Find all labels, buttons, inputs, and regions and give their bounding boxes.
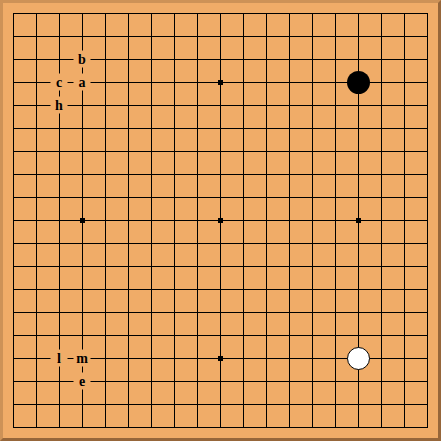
intersection-G3 — [140, 370, 163, 393]
intersection-P3 — [324, 370, 347, 393]
intersection-N8 — [278, 255, 301, 278]
intersection-G9 — [140, 232, 163, 255]
intersection-O1 — [301, 416, 324, 439]
intersection-T2 — [416, 393, 439, 416]
intersection-L12 — [232, 163, 255, 186]
intersection-L4 — [232, 347, 255, 370]
intersection-K11 — [209, 186, 232, 209]
intersection-K15 — [209, 94, 232, 117]
intersection-L15 — [232, 94, 255, 117]
intersection-L9 — [232, 232, 255, 255]
intersection-S18 — [393, 25, 416, 48]
intersection-B3 — [25, 370, 48, 393]
intersection-D14 — [71, 117, 94, 140]
intersection-A4 — [2, 347, 25, 370]
intersection-R11 — [370, 186, 393, 209]
intersection-N17 — [278, 48, 301, 71]
intersection-C14 — [48, 117, 71, 140]
intersection-P15 — [324, 94, 347, 117]
intersection-E16 — [94, 71, 117, 94]
intersection-L16 — [232, 71, 255, 94]
intersection-A10 — [2, 209, 25, 232]
intersection-S16 — [393, 71, 416, 94]
intersection-N12 — [278, 163, 301, 186]
intersection-Q4 — [347, 347, 370, 370]
intersection-T16 — [416, 71, 439, 94]
intersection-H5 — [163, 324, 186, 347]
intersection-S14 — [393, 117, 416, 140]
intersection-J7 — [186, 278, 209, 301]
intersection-F17 — [117, 48, 140, 71]
intersection-H4 — [163, 347, 186, 370]
intersection-C8 — [48, 255, 71, 278]
intersection-A11 — [2, 186, 25, 209]
intersection-M9 — [255, 232, 278, 255]
intersection-E11 — [94, 186, 117, 209]
intersection-G16 — [140, 71, 163, 94]
intersection-H11 — [163, 186, 186, 209]
black-stone-Q16 — [347, 71, 370, 94]
intersection-D7 — [71, 278, 94, 301]
intersection-S1 — [393, 416, 416, 439]
intersection-B5 — [25, 324, 48, 347]
intersection-D15 — [71, 94, 94, 117]
intersection-D5 — [71, 324, 94, 347]
star-point-Q10 — [356, 218, 361, 223]
intersection-F7 — [117, 278, 140, 301]
star-point-K4 — [218, 356, 223, 361]
intersection-K8 — [209, 255, 232, 278]
point-label-m: m — [74, 350, 91, 367]
intersection-A12 — [2, 163, 25, 186]
intersection-M14 — [255, 117, 278, 140]
intersection-Q2 — [347, 393, 370, 416]
intersection-Q11 — [347, 186, 370, 209]
intersection-M4 — [255, 347, 278, 370]
intersection-F14 — [117, 117, 140, 140]
intersection-A9 — [2, 232, 25, 255]
intersection-O18 — [301, 25, 324, 48]
intersection-S2 — [393, 393, 416, 416]
intersection-C4: l — [48, 347, 71, 370]
intersection-H6 — [163, 301, 186, 324]
intersection-E6 — [94, 301, 117, 324]
intersection-T17 — [416, 48, 439, 71]
intersection-O8 — [301, 255, 324, 278]
intersection-K12 — [209, 163, 232, 186]
intersection-L19 — [232, 2, 255, 25]
intersection-S11 — [393, 186, 416, 209]
intersection-E2 — [94, 393, 117, 416]
intersection-Q8 — [347, 255, 370, 278]
intersection-B13 — [25, 140, 48, 163]
intersection-D19 — [71, 2, 94, 25]
intersection-D16: a — [71, 71, 94, 94]
intersection-N19 — [278, 2, 301, 25]
intersection-E12 — [94, 163, 117, 186]
intersection-B12 — [25, 163, 48, 186]
intersection-F12 — [117, 163, 140, 186]
intersection-C19 — [48, 2, 71, 25]
intersection-K2 — [209, 393, 232, 416]
intersection-P10 — [324, 209, 347, 232]
intersection-T10 — [416, 209, 439, 232]
intersection-E8 — [94, 255, 117, 278]
intersection-S10 — [393, 209, 416, 232]
intersection-B4 — [25, 347, 48, 370]
intersection-R15 — [370, 94, 393, 117]
intersection-J6 — [186, 301, 209, 324]
intersection-L7 — [232, 278, 255, 301]
intersection-R17 — [370, 48, 393, 71]
intersection-C1 — [48, 416, 71, 439]
intersection-R16 — [370, 71, 393, 94]
intersection-M10 — [255, 209, 278, 232]
intersection-O19 — [301, 2, 324, 25]
intersection-P17 — [324, 48, 347, 71]
intersection-R12 — [370, 163, 393, 186]
intersection-M8 — [255, 255, 278, 278]
intersection-A17 — [2, 48, 25, 71]
intersection-N4 — [278, 347, 301, 370]
intersection-Q17 — [347, 48, 370, 71]
intersection-R1 — [370, 416, 393, 439]
intersection-D11 — [71, 186, 94, 209]
intersection-E1 — [94, 416, 117, 439]
intersection-F6 — [117, 301, 140, 324]
intersection-L17 — [232, 48, 255, 71]
intersection-M18 — [255, 25, 278, 48]
intersection-T14 — [416, 117, 439, 140]
intersection-J3 — [186, 370, 209, 393]
intersection-Q13 — [347, 140, 370, 163]
white-stone-Q4 — [347, 347, 370, 370]
intersection-R6 — [370, 301, 393, 324]
star-point-K10 — [218, 218, 223, 223]
point-label-b: b — [74, 51, 91, 68]
intersection-Q14 — [347, 117, 370, 140]
intersection-Q1 — [347, 416, 370, 439]
intersection-R2 — [370, 393, 393, 416]
intersection-N18 — [278, 25, 301, 48]
intersection-C6 — [48, 301, 71, 324]
intersection-K7 — [209, 278, 232, 301]
intersection-T15 — [416, 94, 439, 117]
intersection-E13 — [94, 140, 117, 163]
intersection-H1 — [163, 416, 186, 439]
intersection-G2 — [140, 393, 163, 416]
intersection-P8 — [324, 255, 347, 278]
intersection-H18 — [163, 25, 186, 48]
intersection-H2 — [163, 393, 186, 416]
intersection-T9 — [416, 232, 439, 255]
intersection-G17 — [140, 48, 163, 71]
intersection-F13 — [117, 140, 140, 163]
intersection-C12 — [48, 163, 71, 186]
intersection-T12 — [416, 163, 439, 186]
intersection-K13 — [209, 140, 232, 163]
intersection-J12 — [186, 163, 209, 186]
intersection-N6 — [278, 301, 301, 324]
intersection-O7 — [301, 278, 324, 301]
intersection-O10 — [301, 209, 324, 232]
intersection-O15 — [301, 94, 324, 117]
intersection-M2 — [255, 393, 278, 416]
intersection-M13 — [255, 140, 278, 163]
intersection-A5 — [2, 324, 25, 347]
intersection-B9 — [25, 232, 48, 255]
go-board: bcahlme — [0, 0, 441, 441]
intersection-C17 — [48, 48, 71, 71]
intersection-T18 — [416, 25, 439, 48]
intersection-B14 — [25, 117, 48, 140]
intersection-L2 — [232, 393, 255, 416]
intersection-M12 — [255, 163, 278, 186]
intersection-B11 — [25, 186, 48, 209]
intersection-P6 — [324, 301, 347, 324]
intersection-A15 — [2, 94, 25, 117]
intersection-K4 — [209, 347, 232, 370]
intersection-D12 — [71, 163, 94, 186]
intersection-H16 — [163, 71, 186, 94]
intersection-H15 — [163, 94, 186, 117]
point-label-e: e — [74, 373, 91, 390]
intersection-J10 — [186, 209, 209, 232]
intersection-D2 — [71, 393, 94, 416]
intersection-E10 — [94, 209, 117, 232]
intersection-D6 — [71, 301, 94, 324]
intersection-O5 — [301, 324, 324, 347]
intersection-K17 — [209, 48, 232, 71]
intersection-G1 — [140, 416, 163, 439]
intersection-E19 — [94, 2, 117, 25]
intersection-P12 — [324, 163, 347, 186]
intersection-L1 — [232, 416, 255, 439]
intersection-B17 — [25, 48, 48, 71]
intersection-N9 — [278, 232, 301, 255]
intersection-P16 — [324, 71, 347, 94]
intersection-J15 — [186, 94, 209, 117]
intersection-S7 — [393, 278, 416, 301]
intersection-B2 — [25, 393, 48, 416]
intersection-G7 — [140, 278, 163, 301]
intersection-C3 — [48, 370, 71, 393]
intersection-O4 — [301, 347, 324, 370]
intersection-J1 — [186, 416, 209, 439]
intersection-S3 — [393, 370, 416, 393]
intersection-N1 — [278, 416, 301, 439]
intersection-D9 — [71, 232, 94, 255]
intersection-T6 — [416, 301, 439, 324]
point-label-l: l — [51, 350, 68, 367]
intersection-H12 — [163, 163, 186, 186]
intersection-H10 — [163, 209, 186, 232]
intersection-J9 — [186, 232, 209, 255]
intersection-F5 — [117, 324, 140, 347]
intersection-H19 — [163, 2, 186, 25]
intersection-O9 — [301, 232, 324, 255]
intersection-R18 — [370, 25, 393, 48]
intersection-R9 — [370, 232, 393, 255]
intersection-D10 — [71, 209, 94, 232]
intersection-R4 — [370, 347, 393, 370]
intersection-R14 — [370, 117, 393, 140]
intersection-L5 — [232, 324, 255, 347]
intersection-S6 — [393, 301, 416, 324]
intersection-Q15 — [347, 94, 370, 117]
intersection-D18 — [71, 25, 94, 48]
intersection-M11 — [255, 186, 278, 209]
intersection-M7 — [255, 278, 278, 301]
intersection-H7 — [163, 278, 186, 301]
intersection-E18 — [94, 25, 117, 48]
intersection-E17 — [94, 48, 117, 71]
intersection-R10 — [370, 209, 393, 232]
intersection-D3: e — [71, 370, 94, 393]
intersection-B16 — [25, 71, 48, 94]
intersection-O11 — [301, 186, 324, 209]
go-grid: bcahlme — [2, 2, 439, 439]
intersection-L14 — [232, 117, 255, 140]
intersection-G14 — [140, 117, 163, 140]
intersection-H8 — [163, 255, 186, 278]
intersection-S4 — [393, 347, 416, 370]
intersection-K9 — [209, 232, 232, 255]
intersection-G8 — [140, 255, 163, 278]
intersection-J11 — [186, 186, 209, 209]
intersection-P2 — [324, 393, 347, 416]
intersection-G19 — [140, 2, 163, 25]
intersection-T7 — [416, 278, 439, 301]
intersection-K10 — [209, 209, 232, 232]
intersection-Q19 — [347, 2, 370, 25]
intersection-T1 — [416, 416, 439, 439]
intersection-F11 — [117, 186, 140, 209]
intersection-L13 — [232, 140, 255, 163]
intersection-L3 — [232, 370, 255, 393]
intersection-G18 — [140, 25, 163, 48]
intersection-M15 — [255, 94, 278, 117]
intersection-T5 — [416, 324, 439, 347]
intersection-N7 — [278, 278, 301, 301]
intersection-H9 — [163, 232, 186, 255]
intersection-S15 — [393, 94, 416, 117]
intersection-T3 — [416, 370, 439, 393]
intersection-H17 — [163, 48, 186, 71]
intersection-A6 — [2, 301, 25, 324]
intersection-M3 — [255, 370, 278, 393]
intersection-O17 — [301, 48, 324, 71]
intersection-J8 — [186, 255, 209, 278]
intersection-Q3 — [347, 370, 370, 393]
intersection-P1 — [324, 416, 347, 439]
intersection-F2 — [117, 393, 140, 416]
intersection-R7 — [370, 278, 393, 301]
intersection-L6 — [232, 301, 255, 324]
intersection-Q6 — [347, 301, 370, 324]
intersection-O12 — [301, 163, 324, 186]
intersection-K3 — [209, 370, 232, 393]
intersection-N16 — [278, 71, 301, 94]
intersection-C11 — [48, 186, 71, 209]
intersection-O6 — [301, 301, 324, 324]
intersection-A2 — [2, 393, 25, 416]
intersection-O14 — [301, 117, 324, 140]
point-label-a: a — [74, 74, 91, 91]
intersection-M6 — [255, 301, 278, 324]
intersection-J4 — [186, 347, 209, 370]
intersection-G12 — [140, 163, 163, 186]
intersection-B7 — [25, 278, 48, 301]
intersection-A8 — [2, 255, 25, 278]
intersection-C2 — [48, 393, 71, 416]
intersection-S5 — [393, 324, 416, 347]
intersection-B18 — [25, 25, 48, 48]
intersection-O2 — [301, 393, 324, 416]
intersection-A1 — [2, 416, 25, 439]
intersection-S9 — [393, 232, 416, 255]
intersection-J17 — [186, 48, 209, 71]
intersection-E9 — [94, 232, 117, 255]
intersection-O16 — [301, 71, 324, 94]
intersection-E3 — [94, 370, 117, 393]
intersection-G13 — [140, 140, 163, 163]
intersection-B10 — [25, 209, 48, 232]
intersection-A14 — [2, 117, 25, 140]
intersection-P4 — [324, 347, 347, 370]
star-point-D10 — [80, 218, 85, 223]
intersection-N5 — [278, 324, 301, 347]
intersection-E15 — [94, 94, 117, 117]
intersection-M16 — [255, 71, 278, 94]
intersection-E14 — [94, 117, 117, 140]
intersection-D8 — [71, 255, 94, 278]
intersection-J5 — [186, 324, 209, 347]
intersection-T8 — [416, 255, 439, 278]
intersection-O3 — [301, 370, 324, 393]
intersection-N2 — [278, 393, 301, 416]
intersection-N3 — [278, 370, 301, 393]
intersection-F19 — [117, 2, 140, 25]
intersection-D4: m — [71, 347, 94, 370]
intersection-B19 — [25, 2, 48, 25]
intersection-O13 — [301, 140, 324, 163]
intersection-Q12 — [347, 163, 370, 186]
intersection-B1 — [25, 416, 48, 439]
intersection-J18 — [186, 25, 209, 48]
intersection-P9 — [324, 232, 347, 255]
intersection-H14 — [163, 117, 186, 140]
intersection-T19 — [416, 2, 439, 25]
intersection-A19 — [2, 2, 25, 25]
intersection-Q7 — [347, 278, 370, 301]
intersection-C15: h — [48, 94, 71, 117]
intersection-N13 — [278, 140, 301, 163]
intersection-P5 — [324, 324, 347, 347]
intersection-K1 — [209, 416, 232, 439]
intersection-S19 — [393, 2, 416, 25]
intersection-D1 — [71, 416, 94, 439]
intersection-C10 — [48, 209, 71, 232]
intersection-J2 — [186, 393, 209, 416]
intersection-G15 — [140, 94, 163, 117]
intersection-F16 — [117, 71, 140, 94]
intersection-L11 — [232, 186, 255, 209]
intersection-A7 — [2, 278, 25, 301]
intersection-R8 — [370, 255, 393, 278]
intersection-S12 — [393, 163, 416, 186]
intersection-D17: b — [71, 48, 94, 71]
